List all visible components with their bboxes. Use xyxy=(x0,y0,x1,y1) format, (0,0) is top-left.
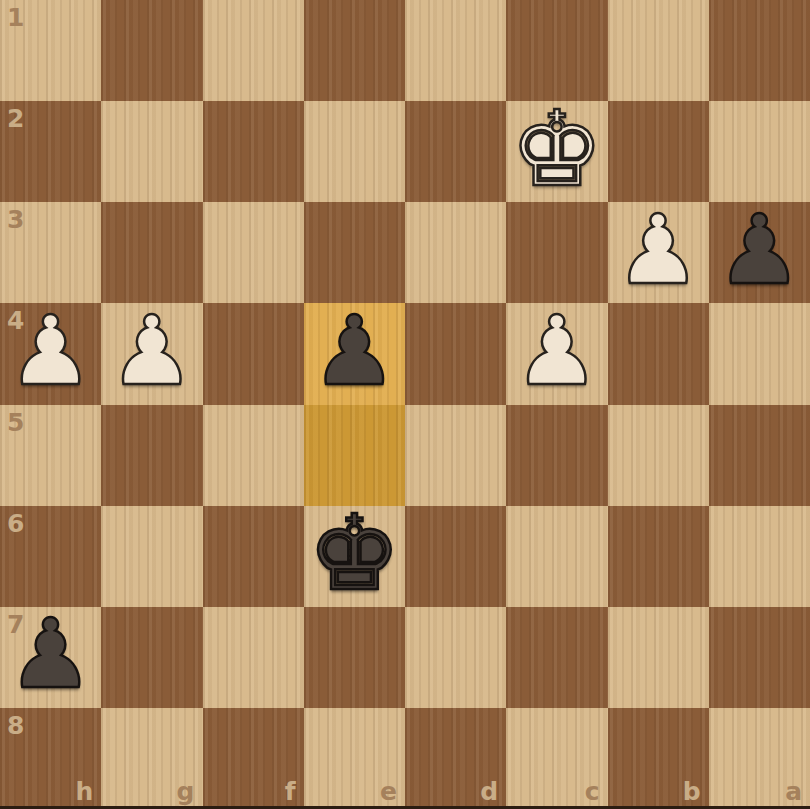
square-d1[interactable] xyxy=(405,0,506,101)
file-label-d: d xyxy=(480,779,498,804)
square-a5[interactable] xyxy=(709,405,810,506)
square-h3[interactable]: 3 xyxy=(0,202,101,303)
square-e6[interactable]: ♚ xyxy=(304,506,405,607)
square-d4[interactable] xyxy=(405,303,506,404)
square-g2[interactable] xyxy=(101,101,202,202)
square-a7[interactable] xyxy=(709,607,810,708)
square-a2[interactable] xyxy=(709,101,810,202)
rank-label-8: 8 xyxy=(7,713,24,738)
square-e4[interactable]: ♟ xyxy=(304,303,405,404)
rank-label-3: 3 xyxy=(7,207,24,232)
square-c4[interactable]: ♟ xyxy=(506,303,607,404)
square-f1[interactable] xyxy=(203,0,304,101)
square-b1[interactable] xyxy=(608,0,709,101)
board-grid: 12♚3♟♟4♟♟♟♟56♚7♟8hgfedcba xyxy=(0,0,810,809)
square-a6[interactable] xyxy=(709,506,810,607)
rank-label-5: 5 xyxy=(7,410,24,435)
square-e8[interactable]: e xyxy=(304,708,405,809)
white-pawn[interactable]: ♟ xyxy=(615,202,701,298)
square-b8[interactable]: b xyxy=(608,708,709,809)
square-b5[interactable] xyxy=(608,405,709,506)
square-f3[interactable] xyxy=(203,202,304,303)
square-c7[interactable] xyxy=(506,607,607,708)
square-h2[interactable]: 2 xyxy=(0,101,101,202)
square-a8[interactable]: a xyxy=(709,708,810,809)
square-g4[interactable]: ♟ xyxy=(101,303,202,404)
square-e7[interactable] xyxy=(304,607,405,708)
rank-label-6: 6 xyxy=(7,511,24,536)
white-pawn[interactable]: ♟ xyxy=(8,303,94,399)
file-label-e: e xyxy=(380,779,397,804)
square-c3[interactable] xyxy=(506,202,607,303)
square-f4[interactable] xyxy=(203,303,304,404)
square-b7[interactable] xyxy=(608,607,709,708)
square-e1[interactable] xyxy=(304,0,405,101)
square-f2[interactable] xyxy=(203,101,304,202)
black-pawn[interactable]: ♟ xyxy=(8,607,94,703)
square-b6[interactable] xyxy=(608,506,709,607)
square-d3[interactable] xyxy=(405,202,506,303)
white-king[interactable]: ♚ xyxy=(510,101,603,201)
square-g6[interactable] xyxy=(101,506,202,607)
square-a3[interactable]: ♟ xyxy=(709,202,810,303)
chess-board: 12♚3♟♟4♟♟♟♟56♚7♟8hgfedcba xyxy=(0,0,810,809)
square-e5[interactable] xyxy=(304,405,405,506)
square-g5[interactable] xyxy=(101,405,202,506)
black-pawn[interactable]: ♟ xyxy=(716,202,802,298)
black-king[interactable]: ♚ xyxy=(308,506,401,606)
square-h1[interactable]: 1 xyxy=(0,0,101,101)
square-g7[interactable] xyxy=(101,607,202,708)
square-d5[interactable] xyxy=(405,405,506,506)
file-label-b: b xyxy=(683,779,701,804)
square-g8[interactable]: g xyxy=(101,708,202,809)
square-f8[interactable]: f xyxy=(203,708,304,809)
square-d2[interactable] xyxy=(405,101,506,202)
white-pawn[interactable]: ♟ xyxy=(109,303,195,399)
square-b3[interactable]: ♟ xyxy=(608,202,709,303)
square-h5[interactable]: 5 xyxy=(0,405,101,506)
square-h4[interactable]: 4♟ xyxy=(0,303,101,404)
square-h8[interactable]: 8h xyxy=(0,708,101,809)
square-g1[interactable] xyxy=(101,0,202,101)
file-label-f: f xyxy=(285,779,296,804)
square-b2[interactable] xyxy=(608,101,709,202)
square-h7[interactable]: 7♟ xyxy=(0,607,101,708)
square-e2[interactable] xyxy=(304,101,405,202)
square-b4[interactable] xyxy=(608,303,709,404)
square-f7[interactable] xyxy=(203,607,304,708)
black-pawn[interactable]: ♟ xyxy=(311,303,397,399)
square-c1[interactable] xyxy=(506,0,607,101)
file-label-c: c xyxy=(585,779,600,804)
square-c8[interactable]: c xyxy=(506,708,607,809)
square-h6[interactable]: 6 xyxy=(0,506,101,607)
rank-label-2: 2 xyxy=(7,106,24,131)
rank-label-1: 1 xyxy=(7,5,24,30)
white-pawn[interactable]: ♟ xyxy=(514,303,600,399)
square-g3[interactable] xyxy=(101,202,202,303)
square-d7[interactable] xyxy=(405,607,506,708)
file-label-h: h xyxy=(75,779,93,804)
square-c5[interactable] xyxy=(506,405,607,506)
file-label-a: a xyxy=(785,779,802,804)
square-f5[interactable] xyxy=(203,405,304,506)
square-d8[interactable]: d xyxy=(405,708,506,809)
square-e3[interactable] xyxy=(304,202,405,303)
square-a1[interactable] xyxy=(709,0,810,101)
file-label-g: g xyxy=(177,779,195,804)
square-a4[interactable] xyxy=(709,303,810,404)
square-c6[interactable] xyxy=(506,506,607,607)
square-d6[interactable] xyxy=(405,506,506,607)
square-f6[interactable] xyxy=(203,506,304,607)
square-c2[interactable]: ♚ xyxy=(506,101,607,202)
